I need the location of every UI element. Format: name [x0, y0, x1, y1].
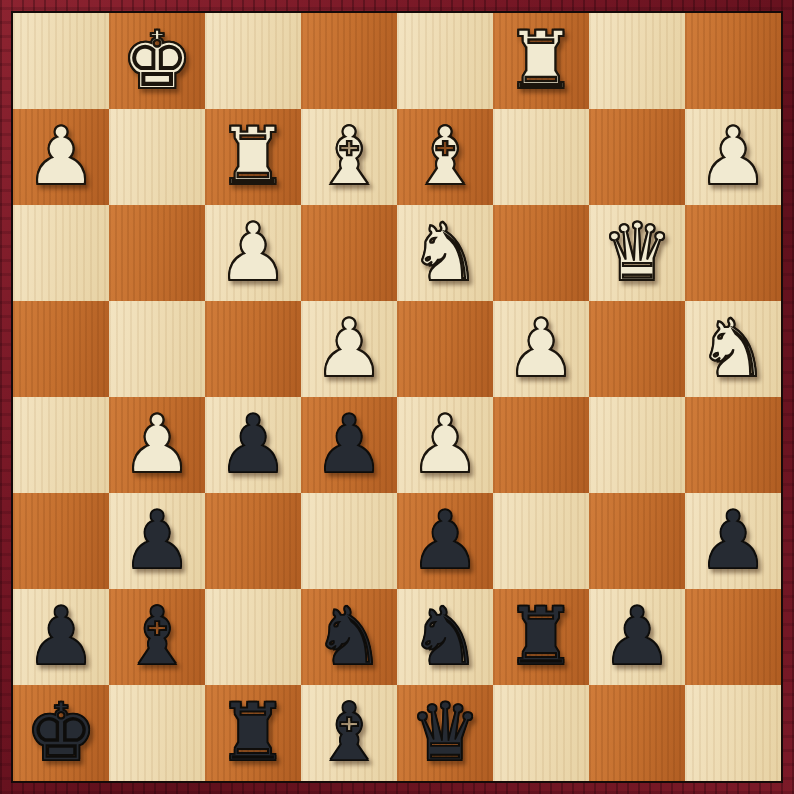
black-pawn-h7: ♟: [25, 589, 97, 685]
square-g7[interactable]: ♝: [109, 589, 205, 685]
black-pawn-b7: ♟: [601, 589, 673, 685]
square-a8[interactable]: [685, 685, 781, 781]
square-c4[interactable]: ♟: [493, 301, 589, 397]
square-g1[interactable]: ♚: [109, 13, 205, 109]
white-pawn-c4: ♟: [505, 301, 577, 397]
black-king-h8: ♚: [25, 685, 97, 781]
square-d6[interactable]: ♟: [397, 493, 493, 589]
square-f3[interactable]: ♟: [205, 205, 301, 301]
square-e3[interactable]: [301, 205, 397, 301]
black-bishop-g7: ♝: [121, 589, 193, 685]
square-d1[interactable]: [397, 13, 493, 109]
white-pawn-a2: ♟: [697, 109, 769, 205]
square-h4[interactable]: [13, 301, 109, 397]
board-frame: ♚♜♟♜♝♝♟♟♞♛♟♟♞♟♟♟♟♟♟♟♟♝♞♞♜♟♚♜♝♛: [0, 0, 794, 794]
square-g6[interactable]: ♟: [109, 493, 205, 589]
square-d7[interactable]: ♞: [397, 589, 493, 685]
square-d8[interactable]: ♛: [397, 685, 493, 781]
square-b5[interactable]: [589, 397, 685, 493]
black-pawn-e5: ♟: [313, 397, 385, 493]
square-f6[interactable]: [205, 493, 301, 589]
square-b4[interactable]: [589, 301, 685, 397]
square-d2[interactable]: ♝: [397, 109, 493, 205]
square-e4[interactable]: ♟: [301, 301, 397, 397]
square-a2[interactable]: ♟: [685, 109, 781, 205]
square-a1[interactable]: [685, 13, 781, 109]
square-b2[interactable]: [589, 109, 685, 205]
square-f2[interactable]: ♜: [205, 109, 301, 205]
square-a7[interactable]: [685, 589, 781, 685]
square-e8[interactable]: ♝: [301, 685, 397, 781]
black-rook-f8: ♜: [217, 685, 289, 781]
square-b3[interactable]: ♛: [589, 205, 685, 301]
square-g2[interactable]: [109, 109, 205, 205]
square-h2[interactable]: ♟: [13, 109, 109, 205]
square-e6[interactable]: [301, 493, 397, 589]
black-queen-d8: ♛: [409, 685, 481, 781]
square-a4[interactable]: ♞: [685, 301, 781, 397]
square-f5[interactable]: ♟: [205, 397, 301, 493]
square-c6[interactable]: [493, 493, 589, 589]
square-a3[interactable]: [685, 205, 781, 301]
white-bishop-e2: ♝: [313, 109, 385, 205]
square-h1[interactable]: [13, 13, 109, 109]
square-d5[interactable]: ♟: [397, 397, 493, 493]
square-h7[interactable]: ♟: [13, 589, 109, 685]
square-c1[interactable]: ♜: [493, 13, 589, 109]
white-pawn-h2: ♟: [25, 109, 97, 205]
black-knight-d7: ♞: [409, 589, 481, 685]
black-pawn-d6: ♟: [409, 493, 481, 589]
square-c7[interactable]: ♜: [493, 589, 589, 685]
chess-board: ♚♜♟♜♝♝♟♟♞♛♟♟♞♟♟♟♟♟♟♟♟♝♞♞♜♟♚♜♝♛: [11, 11, 783, 783]
square-c3[interactable]: [493, 205, 589, 301]
square-b7[interactable]: ♟: [589, 589, 685, 685]
square-h6[interactable]: [13, 493, 109, 589]
square-e5[interactable]: ♟: [301, 397, 397, 493]
square-e1[interactable]: [301, 13, 397, 109]
square-b1[interactable]: [589, 13, 685, 109]
square-d3[interactable]: ♞: [397, 205, 493, 301]
white-rook-f2: ♜: [217, 109, 289, 205]
white-knight-a4: ♞: [697, 301, 769, 397]
square-g4[interactable]: [109, 301, 205, 397]
black-rook-c7: ♜: [505, 589, 577, 685]
square-e2[interactable]: ♝: [301, 109, 397, 205]
square-f8[interactable]: ♜: [205, 685, 301, 781]
square-a5[interactable]: [685, 397, 781, 493]
white-bishop-d2: ♝: [409, 109, 481, 205]
square-b6[interactable]: [589, 493, 685, 589]
square-f1[interactable]: [205, 13, 301, 109]
black-pawn-f5: ♟: [217, 397, 289, 493]
square-h5[interactable]: [13, 397, 109, 493]
black-bishop-e8: ♝: [313, 685, 385, 781]
square-c5[interactable]: [493, 397, 589, 493]
square-e7[interactable]: ♞: [301, 589, 397, 685]
black-pawn-g6: ♟: [121, 493, 193, 589]
white-pawn-f3: ♟: [217, 205, 289, 301]
black-pawn-a6: ♟: [697, 493, 769, 589]
white-rook-c1: ♜: [505, 13, 577, 109]
square-c8[interactable]: [493, 685, 589, 781]
square-h8[interactable]: ♚: [13, 685, 109, 781]
white-knight-d3: ♞: [409, 205, 481, 301]
square-g3[interactable]: [109, 205, 205, 301]
white-pawn-e4: ♟: [313, 301, 385, 397]
square-f4[interactable]: [205, 301, 301, 397]
square-g8[interactable]: [109, 685, 205, 781]
square-b8[interactable]: [589, 685, 685, 781]
black-knight-e7: ♞: [313, 589, 385, 685]
square-h3[interactable]: [13, 205, 109, 301]
white-pawn-d5: ♟: [409, 397, 481, 493]
white-queen-b3: ♛: [601, 205, 673, 301]
square-f7[interactable]: [205, 589, 301, 685]
white-king-g1: ♚: [121, 13, 193, 109]
square-g5[interactable]: ♟: [109, 397, 205, 493]
square-d4[interactable]: [397, 301, 493, 397]
square-c2[interactable]: [493, 109, 589, 205]
white-pawn-g5: ♟: [121, 397, 193, 493]
square-a6[interactable]: ♟: [685, 493, 781, 589]
